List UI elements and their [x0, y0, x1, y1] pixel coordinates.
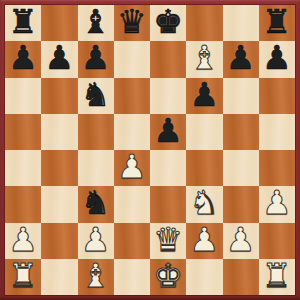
square-h3[interactable]: ♟	[259, 186, 295, 222]
square-a4[interactable]	[5, 150, 41, 186]
square-e7[interactable]	[150, 41, 186, 77]
square-f6[interactable]: ♟	[186, 78, 222, 114]
square-c8[interactable]: ♝	[78, 5, 114, 41]
square-b5[interactable]	[41, 114, 77, 150]
square-b2[interactable]	[41, 223, 77, 259]
square-h1[interactable]: ♜	[259, 259, 295, 295]
white-pawn[interactable]: ♟	[226, 223, 256, 258]
square-f7[interactable]: ♝	[186, 41, 222, 77]
square-b3[interactable]	[41, 186, 77, 222]
square-c7[interactable]: ♟	[78, 41, 114, 77]
black-rook[interactable]: ♜	[8, 5, 38, 40]
square-e4[interactable]	[150, 150, 186, 186]
board-frame: ♜♝♛♚♜♟♟♟♝♟♟♞♟♟♟♞♞♟♟♟♛♟♟♜♝♚♜	[0, 0, 300, 300]
square-d2[interactable]	[114, 223, 150, 259]
black-rook[interactable]: ♜	[262, 5, 292, 40]
square-a3[interactable]	[5, 186, 41, 222]
square-d7[interactable]	[114, 41, 150, 77]
chess-board: ♜♝♛♚♜♟♟♟♝♟♟♞♟♟♟♞♞♟♟♟♛♟♟♜♝♚♜	[5, 5, 295, 295]
square-h6[interactable]	[259, 78, 295, 114]
square-h4[interactable]	[259, 150, 295, 186]
square-a6[interactable]	[5, 78, 41, 114]
square-a2[interactable]: ♟	[5, 223, 41, 259]
white-knight[interactable]: ♞	[190, 186, 220, 221]
black-queen[interactable]: ♛	[117, 5, 147, 40]
white-rook[interactable]: ♜	[8, 259, 38, 294]
square-d5[interactable]	[114, 114, 150, 150]
square-e3[interactable]	[150, 186, 186, 222]
square-b1[interactable]	[41, 259, 77, 295]
square-c6[interactable]: ♞	[78, 78, 114, 114]
white-rook[interactable]: ♜	[262, 259, 292, 294]
black-knight[interactable]: ♞	[81, 78, 111, 113]
square-g4[interactable]	[223, 150, 259, 186]
square-d3[interactable]	[114, 186, 150, 222]
black-pawn[interactable]: ♟	[45, 41, 75, 76]
square-a1[interactable]: ♜	[5, 259, 41, 295]
black-pawn[interactable]: ♟	[226, 41, 256, 76]
black-pawn[interactable]: ♟	[8, 41, 38, 76]
square-d8[interactable]: ♛	[114, 5, 150, 41]
black-king[interactable]: ♚	[153, 5, 183, 40]
square-f4[interactable]	[186, 150, 222, 186]
black-pawn[interactable]: ♟	[153, 114, 183, 149]
square-e8[interactable]: ♚	[150, 5, 186, 41]
white-pawn[interactable]: ♟	[190, 223, 220, 258]
square-f5[interactable]	[186, 114, 222, 150]
square-d6[interactable]	[114, 78, 150, 114]
square-g1[interactable]	[223, 259, 259, 295]
square-b7[interactable]: ♟	[41, 41, 77, 77]
square-g7[interactable]: ♟	[223, 41, 259, 77]
square-h5[interactable]	[259, 114, 295, 150]
square-g8[interactable]	[223, 5, 259, 41]
square-e5[interactable]: ♟	[150, 114, 186, 150]
black-bishop[interactable]: ♝	[81, 5, 111, 40]
square-c3[interactable]: ♞	[78, 186, 114, 222]
square-g6[interactable]	[223, 78, 259, 114]
white-pawn[interactable]: ♟	[8, 223, 38, 258]
square-f8[interactable]	[186, 5, 222, 41]
black-pawn[interactable]: ♟	[190, 78, 220, 113]
square-c4[interactable]	[78, 150, 114, 186]
square-e2[interactable]: ♛	[150, 223, 186, 259]
square-g5[interactable]	[223, 114, 259, 150]
square-c1[interactable]: ♝	[78, 259, 114, 295]
square-f1[interactable]	[186, 259, 222, 295]
square-h7[interactable]: ♟	[259, 41, 295, 77]
square-e6[interactable]	[150, 78, 186, 114]
white-bishop[interactable]: ♝	[81, 259, 111, 294]
square-e1[interactable]: ♚	[150, 259, 186, 295]
black-pawn[interactable]: ♟	[81, 41, 111, 76]
square-f3[interactable]: ♞	[186, 186, 222, 222]
square-a7[interactable]: ♟	[5, 41, 41, 77]
white-pawn[interactable]: ♟	[81, 223, 111, 258]
square-a8[interactable]: ♜	[5, 5, 41, 41]
square-b4[interactable]	[41, 150, 77, 186]
square-h8[interactable]: ♜	[259, 5, 295, 41]
white-pawn[interactable]: ♟	[117, 150, 147, 185]
square-h2[interactable]	[259, 223, 295, 259]
white-queen[interactable]: ♛	[153, 223, 183, 258]
square-d4[interactable]: ♟	[114, 150, 150, 186]
square-d1[interactable]	[114, 259, 150, 295]
square-g3[interactable]	[223, 186, 259, 222]
black-pawn[interactable]: ♟	[262, 41, 292, 76]
white-king[interactable]: ♚	[153, 259, 183, 294]
square-f2[interactable]: ♟	[186, 223, 222, 259]
white-pawn[interactable]: ♟	[262, 186, 292, 221]
square-b6[interactable]	[41, 78, 77, 114]
white-bishop[interactable]: ♝	[190, 41, 220, 76]
square-c5[interactable]	[78, 114, 114, 150]
square-c2[interactable]: ♟	[78, 223, 114, 259]
square-g2[interactable]: ♟	[223, 223, 259, 259]
square-a5[interactable]	[5, 114, 41, 150]
square-b8[interactable]	[41, 5, 77, 41]
black-knight[interactable]: ♞	[81, 186, 111, 221]
